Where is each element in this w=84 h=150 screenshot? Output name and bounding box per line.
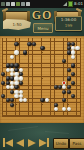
arrow-right-icon	[28, 139, 36, 147]
black-stone	[67, 85, 71, 89]
white-stone	[75, 46, 79, 50]
black-stone	[1, 72, 5, 76]
black-stone	[14, 63, 18, 67]
pass-button[interactable]: Pass	[69, 138, 84, 149]
black-stone	[40, 46, 44, 50]
white-stone	[54, 107, 58, 111]
notification-icon-4	[16, 2, 20, 6]
hoshi-point	[68, 104, 69, 105]
black-stone	[14, 85, 18, 89]
black-player-panel: 1:36:00 199	[55, 16, 82, 31]
status-bar-clock: 8:01	[74, 0, 83, 8]
skip-forward-icon	[39, 138, 49, 147]
black-stone	[67, 90, 71, 94]
step-forward-button[interactable]	[26, 137, 38, 148]
step-back-button[interactable]	[14, 137, 26, 148]
notification-icon-3	[11, 2, 15, 6]
signal-strength-icon	[63, 2, 67, 6]
black-stone	[71, 81, 75, 85]
undo-button-label: Undo	[56, 141, 66, 146]
status-bar-right: 8:01	[63, 0, 84, 8]
arrow-left-icon	[16, 139, 24, 147]
status-bar-left-icons	[0, 2, 30, 6]
status-bar: 8:01	[0, 0, 84, 8]
nav-buttons	[2, 137, 50, 148]
black-stone	[62, 59, 66, 63]
notification-icon-2	[6, 2, 10, 6]
white-stone	[62, 107, 66, 111]
black-stone	[62, 98, 66, 102]
skip-back-icon	[3, 138, 13, 147]
menu-button-label: Menu	[38, 26, 49, 31]
black-stone	[1, 81, 5, 85]
felt-scratch-decoration	[8, 126, 38, 131]
game-header: GO 1:50 1:36:00 199 Menu	[0, 8, 84, 36]
white-stone	[14, 94, 18, 98]
go-board-grid[interactable]	[2, 38, 82, 118]
notification-icon-5	[21, 2, 25, 6]
white-stone	[10, 55, 14, 59]
white-stone	[67, 107, 71, 111]
hoshi-point	[16, 104, 17, 105]
black-stone	[23, 50, 27, 54]
go-to-start-button[interactable]	[2, 137, 14, 148]
black-stone	[67, 68, 71, 72]
black-stone	[67, 76, 71, 80]
notification-icon-1	[1, 2, 5, 6]
black-stone	[71, 72, 75, 76]
hoshi-point	[42, 52, 43, 53]
go-to-end-button[interactable]	[38, 137, 50, 148]
black-stone	[27, 42, 31, 46]
white-stone	[71, 55, 75, 59]
black-stone	[19, 81, 23, 85]
black-stone	[10, 103, 14, 107]
pass-button-label: Pass	[73, 141, 82, 146]
hoshi-point	[42, 104, 43, 105]
black-stone	[71, 63, 75, 67]
black-stone	[62, 90, 66, 94]
hoshi-point	[42, 78, 43, 79]
felt-scratch-decoration	[45, 131, 69, 134]
black-stone	[1, 94, 5, 98]
white-stone	[14, 50, 18, 54]
white-player-info: 1:50	[13, 22, 22, 27]
bottom-toolbar: Undo Pass	[0, 123, 84, 150]
white-stone	[23, 98, 27, 102]
white-stone	[62, 85, 66, 89]
white-stone	[71, 50, 75, 54]
go-board[interactable]	[0, 36, 84, 123]
battery-icon	[68, 1, 73, 7]
black-stone	[71, 94, 75, 98]
menu-button[interactable]: Menu	[33, 23, 53, 33]
black-stone	[10, 98, 14, 102]
notification-icon-6	[26, 2, 30, 6]
black-stone	[14, 42, 18, 46]
undo-button[interactable]: Undo	[53, 138, 69, 149]
black-stone	[32, 42, 36, 46]
white-stone	[45, 98, 49, 102]
black-player-score: 199	[56, 23, 81, 29]
